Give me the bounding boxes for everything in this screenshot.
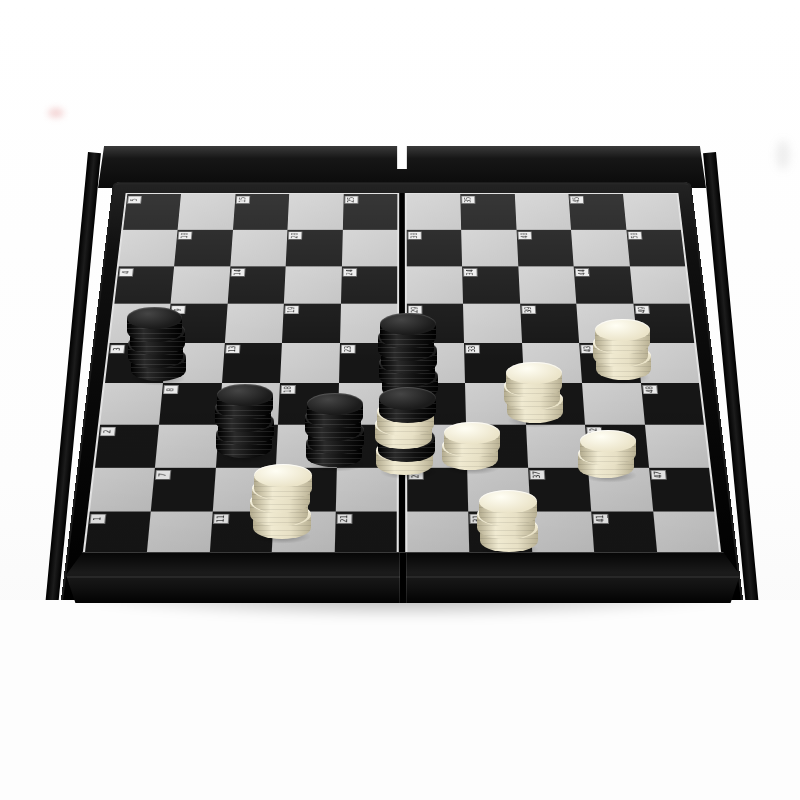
white-checker-piece <box>254 464 312 500</box>
black-checker-piece <box>307 393 363 428</box>
checker-top-face <box>307 393 363 415</box>
black-checker-piece <box>380 313 436 348</box>
white-checker-piece <box>580 430 636 465</box>
black-checker-piece <box>127 307 182 342</box>
piece-layer <box>0 0 800 800</box>
black-checker-piece <box>217 384 273 419</box>
white-checker-piece <box>506 362 562 397</box>
studio-background: 5152510204142491931323818212227171112161… <box>0 0 800 800</box>
checker-top-face <box>127 307 182 329</box>
white-checker-piece <box>595 319 650 354</box>
white-checker-piece <box>479 490 537 526</box>
white-checker-piece <box>444 422 500 457</box>
black-checker-piece <box>379 387 436 423</box>
checker-top-face <box>595 319 650 341</box>
checker-top-face <box>379 387 436 410</box>
